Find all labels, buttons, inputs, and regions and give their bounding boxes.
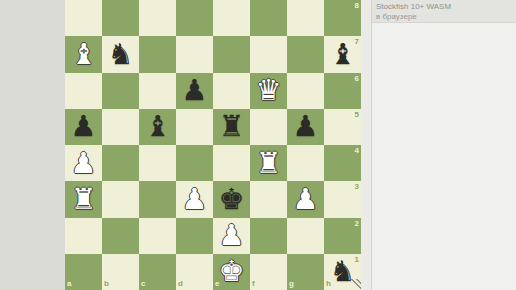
square-a4[interactable]: ♟ xyxy=(65,145,102,181)
square-c1[interactable]: c xyxy=(139,254,176,290)
square-f3[interactable] xyxy=(250,181,287,217)
square-b3[interactable] xyxy=(102,181,139,217)
square-c2[interactable] xyxy=(139,218,176,254)
square-c3[interactable] xyxy=(139,181,176,217)
rank-label-5: 5 xyxy=(355,111,359,119)
white-king[interactable]: ♚ xyxy=(219,257,245,286)
white-queen[interactable]: ♛ xyxy=(256,76,282,105)
square-b8[interactable] xyxy=(102,0,139,36)
square-h6[interactable]: 6 xyxy=(324,73,361,109)
square-e4[interactable] xyxy=(213,145,250,181)
square-h5[interactable]: 5 xyxy=(324,109,361,145)
square-h7[interactable]: 7♝ xyxy=(324,36,361,72)
chess-board[interactable]: 8♝♞7♝♟♛6♟♝♜♟5♟♜4♜♟♚♟3♟2abcde♚fg1h♞ xyxy=(65,0,361,290)
file-label-d: d xyxy=(178,280,183,288)
white-pawn[interactable]: ♟ xyxy=(293,185,319,214)
square-h2[interactable]: 2 xyxy=(324,218,361,254)
left-gutter xyxy=(0,0,65,290)
square-d3[interactable]: ♟ xyxy=(176,181,213,217)
square-a8[interactable] xyxy=(65,0,102,36)
square-d7[interactable] xyxy=(176,36,213,72)
square-e8[interactable] xyxy=(213,0,250,36)
square-h8[interactable]: 8 xyxy=(324,0,361,36)
square-c6[interactable] xyxy=(139,73,176,109)
engine-panel: Stockfish 10+ WASM в браузере xyxy=(372,0,516,290)
square-a7[interactable]: ♝ xyxy=(65,36,102,72)
file-label-b: b xyxy=(104,280,109,288)
white-pawn[interactable]: ♟ xyxy=(182,185,208,214)
square-d5[interactable] xyxy=(176,109,213,145)
square-a6[interactable] xyxy=(65,73,102,109)
square-c8[interactable] xyxy=(139,0,176,36)
rank-label-8: 8 xyxy=(355,2,359,10)
engine-name: Stockfish 10+ WASM xyxy=(376,2,516,12)
rank-label-4: 4 xyxy=(355,147,359,155)
square-b7[interactable]: ♞ xyxy=(102,36,139,72)
black-pawn[interactable]: ♟ xyxy=(182,76,208,105)
square-e5[interactable]: ♜ xyxy=(213,109,250,145)
square-e2[interactable]: ♟ xyxy=(213,218,250,254)
panel-divider xyxy=(361,0,372,290)
square-e1[interactable]: e♚ xyxy=(213,254,250,290)
square-d2[interactable] xyxy=(176,218,213,254)
square-f5[interactable] xyxy=(250,109,287,145)
square-g4[interactable] xyxy=(287,145,324,181)
square-d6[interactable]: ♟ xyxy=(176,73,213,109)
white-rook[interactable]: ♜ xyxy=(256,149,282,178)
board-resize-handle[interactable] xyxy=(351,279,361,289)
black-bishop[interactable]: ♝ xyxy=(145,112,171,141)
square-a5[interactable]: ♟ xyxy=(65,109,102,145)
file-label-f: f xyxy=(252,280,255,288)
square-h4[interactable]: 4 xyxy=(324,145,361,181)
square-c5[interactable]: ♝ xyxy=(139,109,176,145)
square-a2[interactable] xyxy=(65,218,102,254)
square-f6[interactable]: ♛ xyxy=(250,73,287,109)
analysis-page: 8♝♞7♝♟♛6♟♝♜♟5♟♜4♜♟♚♟3♟2abcde♚fg1h♞ Stock… xyxy=(0,0,516,290)
black-pawn[interactable]: ♟ xyxy=(293,112,319,141)
square-d4[interactable] xyxy=(176,145,213,181)
square-d1[interactable]: d xyxy=(176,254,213,290)
square-c7[interactable] xyxy=(139,36,176,72)
engine-header: Stockfish 10+ WASM в браузере xyxy=(372,0,516,23)
white-rook[interactable]: ♜ xyxy=(71,185,97,214)
engine-wasm-badge: WASM xyxy=(426,2,451,11)
square-f4[interactable]: ♜ xyxy=(250,145,287,181)
file-label-g: g xyxy=(289,280,294,288)
square-e7[interactable] xyxy=(213,36,250,72)
black-pawn[interactable]: ♟ xyxy=(71,112,97,141)
square-b1[interactable]: b xyxy=(102,254,139,290)
black-rook[interactable]: ♜ xyxy=(219,112,245,141)
black-knight[interactable]: ♞ xyxy=(108,40,134,69)
rank-label-3: 3 xyxy=(355,183,359,191)
square-f2[interactable] xyxy=(250,218,287,254)
square-b4[interactable] xyxy=(102,145,139,181)
square-b6[interactable] xyxy=(102,73,139,109)
white-pawn[interactable]: ♟ xyxy=(71,149,97,178)
white-pawn[interactable]: ♟ xyxy=(219,221,245,250)
square-b2[interactable] xyxy=(102,218,139,254)
file-label-a: a xyxy=(67,280,71,288)
square-a3[interactable]: ♜ xyxy=(65,181,102,217)
square-a1[interactable]: a xyxy=(65,254,102,290)
square-b5[interactable] xyxy=(102,109,139,145)
square-f7[interactable] xyxy=(250,36,287,72)
square-h3[interactable]: 3 xyxy=(324,181,361,217)
square-g2[interactable] xyxy=(287,218,324,254)
file-label-c: c xyxy=(141,280,145,288)
square-g1[interactable]: g xyxy=(287,254,324,290)
square-d8[interactable] xyxy=(176,0,213,36)
black-king[interactable]: ♚ xyxy=(219,185,245,214)
engine-name-text: Stockfish 10+ xyxy=(376,2,426,11)
black-bishop[interactable]: ♝ xyxy=(330,40,356,69)
white-bishop[interactable]: ♝ xyxy=(71,40,97,69)
square-g7[interactable] xyxy=(287,36,324,72)
square-c4[interactable] xyxy=(139,145,176,181)
square-g3[interactable]: ♟ xyxy=(287,181,324,217)
rank-label-2: 2 xyxy=(355,220,359,228)
square-f1[interactable]: f xyxy=(250,254,287,290)
square-g6[interactable] xyxy=(287,73,324,109)
engine-subtitle: в браузере xyxy=(376,12,516,22)
square-e3[interactable]: ♚ xyxy=(213,181,250,217)
rank-label-6: 6 xyxy=(355,75,359,83)
square-g8[interactable] xyxy=(287,0,324,36)
square-e6[interactable] xyxy=(213,73,250,109)
square-f8[interactable] xyxy=(250,0,287,36)
square-g5[interactable]: ♟ xyxy=(287,109,324,145)
